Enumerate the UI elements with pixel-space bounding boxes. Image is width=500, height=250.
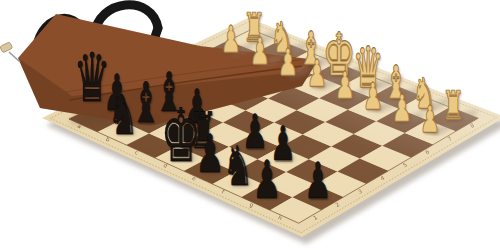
product-photo-scene: abcdefgh12345678 ♜♞♟♝♟♚♟♛♟♝♟♛♞♟♟♝♜♟♝♟♟♞♜… [0,0,500,250]
zipper-pull [0,42,13,53]
zipper-cord [9,52,20,62]
scene-graphics: abcdefgh12345678 [0,0,500,250]
